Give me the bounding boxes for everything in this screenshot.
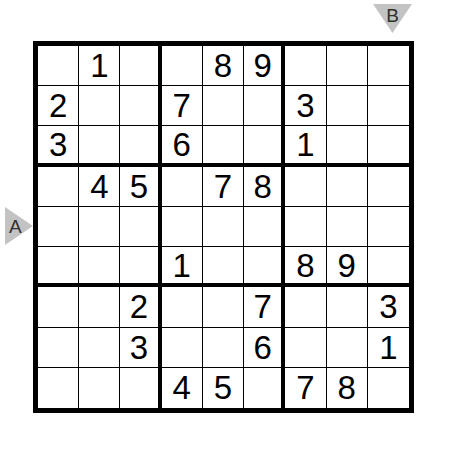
- cell-r7c4[interactable]: [162, 287, 203, 327]
- cell-r3c5[interactable]: [203, 126, 244, 166]
- cell-r2c1[interactable]: 2: [38, 86, 79, 126]
- cell-r6c9[interactable]: [368, 247, 409, 287]
- cell-r5c4[interactable]: [162, 207, 203, 247]
- cell-r2c9[interactable]: [368, 86, 409, 126]
- cell-r5c5[interactable]: [203, 207, 244, 247]
- cell-r2c8[interactable]: [327, 86, 368, 126]
- cell-r8c5[interactable]: [203, 328, 244, 368]
- cell-r7c7[interactable]: [285, 287, 326, 327]
- cell-r1c3[interactable]: [120, 46, 161, 86]
- cell-r5c1[interactable]: [38, 207, 79, 247]
- cell-r7c2[interactable]: [79, 287, 120, 327]
- marker-b-label: B: [386, 6, 399, 25]
- cell-r8c2[interactable]: [79, 328, 120, 368]
- cell-r4c7[interactable]: [285, 167, 326, 207]
- cell-r7c3[interactable]: 2: [120, 287, 161, 327]
- cell-r3c2[interactable]: [79, 126, 120, 166]
- cell-r8c7[interactable]: [285, 328, 326, 368]
- cell-r1c5[interactable]: 8: [203, 46, 244, 86]
- cell-r2c6[interactable]: [244, 86, 285, 126]
- cell-r8c3[interactable]: 3: [120, 328, 161, 368]
- cell-r4c4[interactable]: [162, 167, 203, 207]
- cell-r3c3[interactable]: [120, 126, 161, 166]
- cell-r4c8[interactable]: [327, 167, 368, 207]
- cell-r3c9[interactable]: [368, 126, 409, 166]
- cell-r3c7[interactable]: 1: [285, 126, 326, 166]
- cell-r6c2[interactable]: [79, 247, 120, 287]
- cell-r6c5[interactable]: [203, 247, 244, 287]
- cell-r4c9[interactable]: [368, 167, 409, 207]
- cell-r2c2[interactable]: [79, 86, 120, 126]
- cell-r9c9[interactable]: [368, 368, 409, 408]
- cell-r4c3[interactable]: 5: [120, 167, 161, 207]
- cell-r9c4[interactable]: 4: [162, 368, 203, 408]
- cell-r5c2[interactable]: [79, 207, 120, 247]
- cell-r5c3[interactable]: [120, 207, 161, 247]
- cell-r3c1[interactable]: 3: [38, 126, 79, 166]
- cell-r1c9[interactable]: [368, 46, 409, 86]
- cell-r9c2[interactable]: [79, 368, 120, 408]
- cell-r2c7[interactable]: 3: [285, 86, 326, 126]
- cell-r9c6[interactable]: [244, 368, 285, 408]
- cell-r7c8[interactable]: [327, 287, 368, 327]
- cell-r5c9[interactable]: [368, 207, 409, 247]
- cell-r4c6[interactable]: 8: [244, 167, 285, 207]
- cell-r7c9[interactable]: 3: [368, 287, 409, 327]
- cell-r6c8[interactable]: 9: [327, 247, 368, 287]
- cell-r9c8[interactable]: 8: [327, 368, 368, 408]
- cell-r3c6[interactable]: [244, 126, 285, 166]
- cell-r7c1[interactable]: [38, 287, 79, 327]
- cell-r4c1[interactable]: [38, 167, 79, 207]
- cell-r1c4[interactable]: [162, 46, 203, 86]
- cell-r3c8[interactable]: [327, 126, 368, 166]
- cell-r9c1[interactable]: [38, 368, 79, 408]
- cell-r1c1[interactable]: [38, 46, 79, 86]
- cell-r1c8[interactable]: [327, 46, 368, 86]
- cell-r9c3[interactable]: [120, 368, 161, 408]
- cell-r5c6[interactable]: [244, 207, 285, 247]
- marker-a-triangle-icon: A: [5, 207, 33, 245]
- cell-r5c7[interactable]: [285, 207, 326, 247]
- cell-r8c6[interactable]: 6: [244, 328, 285, 368]
- cell-r1c2[interactable]: 1: [79, 46, 120, 86]
- cell-r8c9[interactable]: 1: [368, 328, 409, 368]
- cell-r6c6[interactable]: [244, 247, 285, 287]
- cell-r1c7[interactable]: [285, 46, 326, 86]
- cell-r8c8[interactable]: [327, 328, 368, 368]
- cell-r5c8[interactable]: [327, 207, 368, 247]
- cell-r4c2[interactable]: 4: [79, 167, 120, 207]
- cell-r8c4[interactable]: [162, 328, 203, 368]
- cell-r6c7[interactable]: 8: [285, 247, 326, 287]
- cell-r9c5[interactable]: 5: [203, 368, 244, 408]
- cell-r1c6[interactable]: 9: [244, 46, 285, 86]
- cell-r7c5[interactable]: [203, 287, 244, 327]
- cell-r6c3[interactable]: [120, 247, 161, 287]
- cell-r2c5[interactable]: [203, 86, 244, 126]
- cell-r8c1[interactable]: [38, 328, 79, 368]
- marker-a-label: A: [9, 217, 22, 236]
- cell-r6c1[interactable]: [38, 247, 79, 287]
- sudoku-board: 18927336145781892733614578: [33, 41, 414, 413]
- cell-r3c4[interactable]: 6: [162, 126, 203, 166]
- cell-r7c6[interactable]: 7: [244, 287, 285, 327]
- cell-r4c5[interactable]: 7: [203, 167, 244, 207]
- marker-b-triangle-icon: B: [373, 4, 412, 33]
- cell-r2c4[interactable]: 7: [162, 86, 203, 126]
- cell-r2c3[interactable]: [120, 86, 161, 126]
- cell-r6c4[interactable]: 1: [162, 247, 203, 287]
- cell-r9c7[interactable]: 7: [285, 368, 326, 408]
